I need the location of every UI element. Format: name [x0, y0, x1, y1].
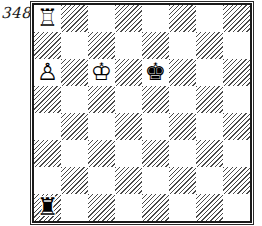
chessboard: ♖♙♔♚♜	[34, 5, 250, 221]
square-f1	[169, 194, 196, 221]
square-a6: ♙	[34, 59, 61, 86]
square-h6	[223, 59, 250, 86]
square-c4	[88, 113, 115, 140]
square-e1	[142, 194, 169, 221]
chessboard-frame: ♖♙♔♚♜	[30, 1, 254, 225]
square-e3	[142, 140, 169, 167]
square-c2	[88, 167, 115, 194]
square-c1	[88, 194, 115, 221]
black-rook-a1: ♜	[37, 194, 59, 221]
square-g7	[196, 32, 223, 59]
square-a4	[34, 113, 61, 140]
square-g6	[196, 59, 223, 86]
square-h4	[223, 113, 250, 140]
square-g2	[196, 167, 223, 194]
square-g8	[196, 5, 223, 32]
square-a3	[34, 140, 61, 167]
square-e8	[142, 5, 169, 32]
square-h2	[223, 167, 250, 194]
square-f6	[169, 59, 196, 86]
square-a1: ♜	[34, 194, 61, 221]
square-g5	[196, 86, 223, 113]
square-d6	[115, 59, 142, 86]
square-g1	[196, 194, 223, 221]
square-c3	[88, 140, 115, 167]
square-e6: ♚	[142, 59, 169, 86]
square-f5	[169, 86, 196, 113]
square-d5	[115, 86, 142, 113]
square-c6: ♔	[88, 59, 115, 86]
square-a5	[34, 86, 61, 113]
square-d2	[115, 167, 142, 194]
square-f4	[169, 113, 196, 140]
square-c5	[88, 86, 115, 113]
square-b6	[61, 59, 88, 86]
square-a2	[34, 167, 61, 194]
square-f2	[169, 167, 196, 194]
diagram-number: 348	[1, 4, 31, 22]
square-f7	[169, 32, 196, 59]
chess-diagram-page: 348 ♖♙♔♚♜	[0, 0, 262, 226]
square-h7	[223, 32, 250, 59]
square-b4	[61, 113, 88, 140]
square-b3	[61, 140, 88, 167]
chessboard-border: ♖♙♔♚♜	[32, 3, 252, 223]
square-b5	[61, 86, 88, 113]
square-h3	[223, 140, 250, 167]
square-a8: ♖	[34, 5, 61, 32]
white-rook-a8: ♖	[37, 5, 59, 32]
square-h8	[223, 5, 250, 32]
square-d7	[115, 32, 142, 59]
square-g4	[196, 113, 223, 140]
square-h1	[223, 194, 250, 221]
square-f3	[169, 140, 196, 167]
square-d8	[115, 5, 142, 32]
black-king-e6: ♚	[145, 59, 167, 86]
square-e2	[142, 167, 169, 194]
square-e7	[142, 32, 169, 59]
square-b8	[61, 5, 88, 32]
square-b1	[61, 194, 88, 221]
square-h5	[223, 86, 250, 113]
white-king-c6: ♔	[91, 59, 113, 86]
square-f8	[169, 5, 196, 32]
square-b2	[61, 167, 88, 194]
square-d3	[115, 140, 142, 167]
square-d1	[115, 194, 142, 221]
square-d4	[115, 113, 142, 140]
square-g3	[196, 140, 223, 167]
square-c8	[88, 5, 115, 32]
square-e5	[142, 86, 169, 113]
square-e4	[142, 113, 169, 140]
white-pawn-a6: ♙	[37, 59, 59, 86]
square-a7	[34, 32, 61, 59]
square-b7	[61, 32, 88, 59]
square-c7	[88, 32, 115, 59]
